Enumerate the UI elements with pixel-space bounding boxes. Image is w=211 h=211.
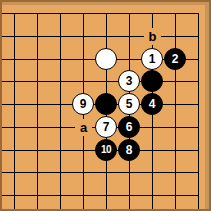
stone-move-number: 7: [103, 121, 110, 133]
grid-line-vertical: [198, 13, 199, 209]
white-stone-move-9: 9: [72, 93, 94, 115]
stone-move-number: 1: [149, 53, 156, 65]
grid-line-horizontal: [2, 13, 199, 14]
grid-line-vertical: [37, 13, 38, 209]
black-stone-move-4: 4: [141, 93, 163, 115]
stone-move-number: 4: [149, 98, 156, 110]
stone-move-number: 8: [126, 144, 133, 156]
black-stone: [141, 70, 163, 92]
stone-move-number: 10: [101, 145, 111, 155]
grid-line-horizontal: [2, 81, 199, 82]
grid-line-vertical: [175, 13, 176, 209]
white-stone-move-3: 3: [118, 70, 140, 92]
white-stone: [95, 48, 117, 70]
grid-line-horizontal: [2, 195, 199, 196]
stone-move-number: 2: [172, 53, 179, 65]
black-stone-move-6: 6: [118, 116, 140, 138]
black-stone-move-8: 8: [118, 139, 140, 161]
black-stone: [95, 93, 117, 115]
white-stone-move-5: 5: [118, 93, 140, 115]
point-label-b: b: [144, 28, 161, 45]
grid-line-vertical: [60, 13, 61, 209]
white-stone-move-1: 1: [141, 48, 163, 70]
stone-move-number: 5: [126, 98, 133, 110]
board-grid: 12395476108ba: [2, 2, 209, 209]
white-stone-move-7: 7: [95, 116, 117, 138]
point-label-a: a: [75, 119, 92, 136]
black-stone-move-10: 10: [95, 139, 117, 161]
grid-line-horizontal: [2, 36, 199, 37]
grid-line-horizontal: [2, 172, 199, 173]
stone-move-number: 3: [126, 75, 133, 87]
grid-line-vertical: [14, 13, 15, 209]
black-stone-move-2: 2: [164, 48, 186, 70]
stone-move-number: 6: [126, 121, 133, 133]
go-board-diagram: 12395476108ba: [0, 0, 211, 211]
stone-move-number: 9: [80, 98, 87, 110]
